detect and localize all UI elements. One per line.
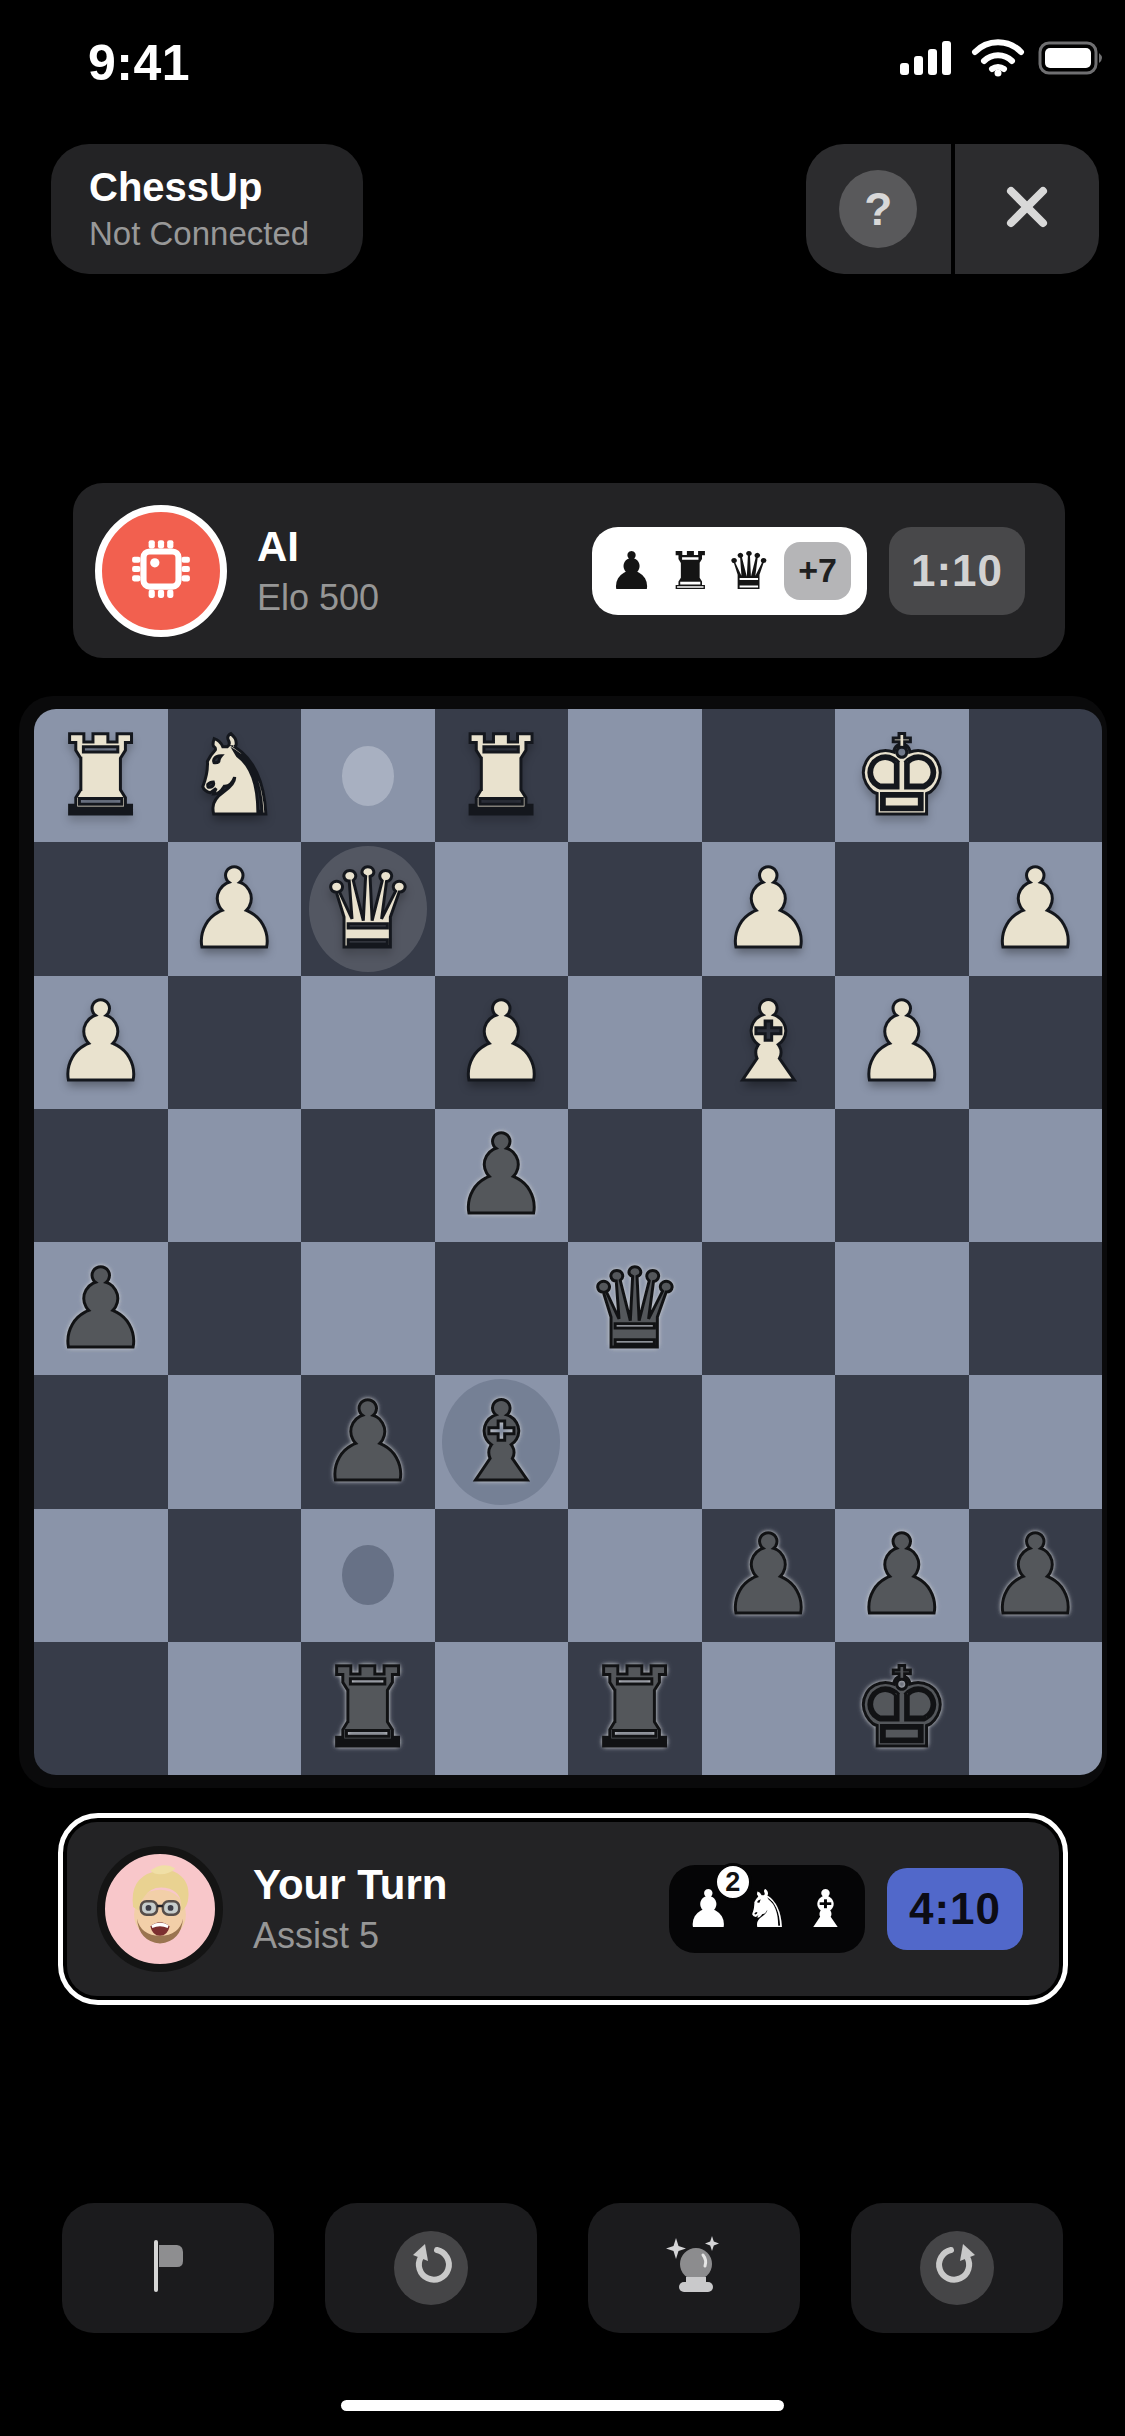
player-clock: 4:10 — [887, 1868, 1023, 1950]
square-e3[interactable]: ♟ — [435, 976, 569, 1109]
square-g2[interactable]: ♟ — [168, 842, 302, 975]
square-c4[interactable] — [702, 1109, 836, 1242]
square-b4[interactable] — [835, 1109, 969, 1242]
piece-black-pawn[interactable]: ♟ — [51, 1254, 150, 1364]
piece-black-rook[interactable]: ♜ — [318, 1653, 417, 1763]
square-d7[interactable] — [568, 1509, 702, 1642]
piece-white-pawn[interactable]: ♟ — [986, 854, 1085, 964]
opponent-rating: Elo 500 — [257, 577, 379, 619]
square-b2[interactable] — [835, 842, 969, 975]
square-h4[interactable] — [34, 1109, 168, 1242]
square-h2[interactable] — [34, 842, 168, 975]
piece-black-queen[interactable]: ♛ — [585, 1254, 684, 1364]
user-avatar — [97, 1846, 223, 1972]
square-d6[interactable] — [568, 1375, 702, 1508]
redo-button[interactable] — [851, 2203, 1063, 2333]
piece-white-pawn[interactable]: ♟ — [452, 987, 551, 1097]
chip-icon — [128, 536, 194, 606]
piece-black-pawn[interactable]: ♟ — [986, 1520, 1085, 1630]
square-g4[interactable] — [168, 1109, 302, 1242]
square-f2[interactable]: ♛ — [301, 842, 435, 975]
turn-status: Your Turn — [253, 1861, 447, 1909]
piece-black-pawn[interactable]: ♟ — [318, 1387, 417, 1497]
redo-icon — [933, 2242, 981, 2294]
square-e4[interactable]: ♟ — [435, 1109, 569, 1242]
status-icons — [898, 40, 1112, 80]
piece-white-pawn[interactable]: ♟ — [852, 987, 951, 1097]
square-f3[interactable] — [301, 976, 435, 1109]
square-f1[interactable] — [301, 709, 435, 842]
square-f5[interactable] — [301, 1242, 435, 1375]
captured-pawn: ♟2 — [685, 1865, 732, 1953]
square-b1[interactable]: ♚ — [835, 709, 969, 842]
square-a2[interactable]: ♟ — [969, 842, 1103, 975]
square-g1[interactable]: ♞ — [168, 709, 302, 842]
square-d1[interactable] — [568, 709, 702, 842]
square-h8[interactable] — [34, 1642, 168, 1775]
square-h3[interactable]: ♟ — [34, 976, 168, 1109]
square-g6[interactable] — [168, 1375, 302, 1508]
piece-white-pawn[interactable]: ♟ — [719, 854, 818, 964]
square-h6[interactable] — [34, 1375, 168, 1508]
square-h7[interactable] — [34, 1509, 168, 1642]
square-g3[interactable] — [168, 976, 302, 1109]
piece-white-rook[interactable]: ♜ — [51, 721, 150, 831]
player-card: Your Turn Assist 5 ♟2♞♝ 4:10 — [67, 1822, 1059, 1996]
square-e5[interactable] — [435, 1242, 569, 1375]
piece-white-bishop[interactable]: ♝ — [719, 987, 818, 1097]
undo-circle — [394, 2231, 468, 2305]
status-time: 9:41 — [88, 34, 190, 92]
square-c1[interactable] — [702, 709, 836, 842]
move-hint-dot — [342, 1545, 394, 1605]
piece-white-knight[interactable]: ♞ — [185, 721, 284, 831]
piece-white-pawn[interactable]: ♟ — [51, 987, 150, 1097]
square-g5[interactable] — [168, 1242, 302, 1375]
undo-icon — [407, 2242, 455, 2294]
square-h1[interactable]: ♜ — [34, 709, 168, 842]
captured-bishop: ♝ — [802, 1865, 849, 1953]
square-b6[interactable] — [835, 1375, 969, 1508]
square-c8[interactable] — [702, 1642, 836, 1775]
flag-icon — [140, 2236, 196, 2300]
player-captured-tray: ♟2♞♝ — [669, 1865, 865, 1953]
square-a5[interactable] — [969, 1242, 1103, 1375]
square-b3[interactable]: ♟ — [835, 976, 969, 1109]
ai-avatar — [95, 505, 227, 637]
square-b8[interactable]: ♚ — [835, 1642, 969, 1775]
opponent-name: AI — [257, 523, 379, 571]
board-grid: ♜♞♜♚♟♛♟♟♟♟♝♟♟♟♛♟♝♟♟♟♜♜♚ — [34, 709, 1102, 1775]
battery-icon — [1038, 40, 1106, 80]
square-a7[interactable]: ♟ — [969, 1509, 1103, 1642]
piece-black-king[interactable]: ♚ — [852, 1653, 951, 1763]
opponent-card: AI Elo 500 ♟♜♛+7 1:10 — [73, 483, 1065, 658]
opponent-captured-tray: ♟♜♛+7 — [592, 527, 867, 615]
piece-black-pawn[interactable]: ♟ — [719, 1520, 818, 1630]
square-a8[interactable] — [969, 1642, 1103, 1775]
captured-rook: ♜ — [667, 527, 714, 615]
square-e8[interactable] — [435, 1642, 569, 1775]
square-h5[interactable]: ♟ — [34, 1242, 168, 1375]
square-b7[interactable]: ♟ — [835, 1509, 969, 1642]
opponent-clock: 1:10 — [889, 527, 1025, 615]
piece-black-bishop[interactable]: ♝ — [452, 1387, 551, 1497]
square-e1[interactable]: ♜ — [435, 709, 569, 842]
app-title-pill: ChessUp Not Connected — [51, 144, 363, 274]
square-c3[interactable]: ♝ — [702, 976, 836, 1109]
captured-queen: ♛ — [726, 527, 773, 615]
square-e7[interactable] — [435, 1509, 569, 1642]
player-card-outline: Your Turn Assist 5 ♟2♞♝ 4:10 — [58, 1813, 1068, 2005]
square-g8[interactable] — [168, 1642, 302, 1775]
square-c2[interactable]: ♟ — [702, 842, 836, 975]
square-d8[interactable]: ♜ — [568, 1642, 702, 1775]
undo-button[interactable] — [325, 2203, 537, 2333]
memoji-face-icon — [112, 1859, 208, 1959]
redo-circle — [920, 2231, 994, 2305]
square-d4[interactable] — [568, 1109, 702, 1242]
square-e2[interactable] — [435, 842, 569, 975]
square-a1[interactable] — [969, 709, 1103, 842]
app-name: ChessUp — [89, 165, 363, 210]
square-a3[interactable] — [969, 976, 1103, 1109]
captured-knight: ♞ — [744, 1865, 791, 1953]
square-e6[interactable]: ♝ — [435, 1375, 569, 1508]
help-button[interactable]: ? — [806, 144, 951, 274]
piece-white-pawn[interactable]: ♟ — [185, 854, 284, 964]
piece-white-rook[interactable]: ♜ — [452, 721, 551, 831]
connection-status: Not Connected — [89, 215, 363, 253]
piece-white-king[interactable]: ♚ — [852, 721, 951, 831]
square-a4[interactable] — [969, 1109, 1103, 1242]
assist-level: Assist 5 — [253, 1915, 447, 1957]
square-d2[interactable] — [568, 842, 702, 975]
captured-pawn: ♟ — [608, 527, 655, 615]
cellular-signal-icon — [898, 39, 958, 81]
square-d3[interactable] — [568, 976, 702, 1109]
chess-board: ♜♞♜♚♟♛♟♟♟♟♝♟♟♟♛♟♝♟♟♟♜♜♚ — [19, 696, 1107, 1788]
square-b5[interactable] — [835, 1242, 969, 1375]
wifi-icon — [971, 39, 1025, 81]
square-f8[interactable]: ♜ — [301, 1642, 435, 1775]
close-button[interactable] — [955, 144, 1100, 274]
piece-white-queen[interactable]: ♛ — [318, 854, 417, 964]
crystal-ball-icon — [662, 2234, 726, 2302]
square-c6[interactable] — [702, 1375, 836, 1508]
home-indicator[interactable] — [341, 2400, 784, 2411]
material-advantage-badge: +7 — [784, 542, 851, 600]
square-c7[interactable]: ♟ — [702, 1509, 836, 1642]
game-toolbar — [62, 2203, 1063, 2333]
header-actions: ? — [806, 144, 1099, 274]
piece-black-pawn[interactable]: ♟ — [452, 1120, 551, 1230]
square-f4[interactable] — [301, 1109, 435, 1242]
piece-black-pawn[interactable]: ♟ — [852, 1520, 951, 1630]
close-icon — [1002, 182, 1052, 236]
square-c5[interactable] — [702, 1242, 836, 1375]
square-d5[interactable]: ♛ — [568, 1242, 702, 1375]
piece-black-rook[interactable]: ♜ — [585, 1653, 684, 1763]
move-hint-dot — [342, 746, 394, 806]
square-f6[interactable]: ♟ — [301, 1375, 435, 1508]
square-a6[interactable] — [969, 1375, 1103, 1508]
resign-button[interactable] — [62, 2203, 274, 2333]
square-f7[interactable] — [301, 1509, 435, 1642]
square-g7[interactable] — [168, 1509, 302, 1642]
question-mark-icon: ? — [839, 170, 917, 248]
hint-button[interactable] — [588, 2203, 800, 2333]
